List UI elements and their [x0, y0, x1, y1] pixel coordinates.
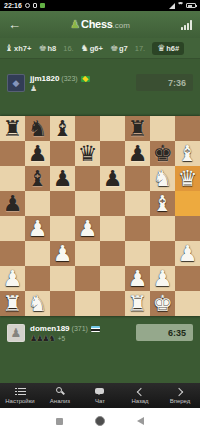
square-g1[interactable]: ♚ [150, 291, 175, 316]
square-g2[interactable]: ♟ [150, 266, 175, 291]
square-e2[interactable] [100, 266, 125, 291]
square-g5[interactable]: ♝ [150, 191, 175, 216]
black-bishop-b6: ♝ [28, 166, 48, 191]
black-pawn-f7: ♟ [128, 141, 148, 166]
captured-black-knight-icon: ♞ [49, 335, 55, 343]
move-list-bar: ♝xh7+♚h816.♞g6+♚g717.♛h6# [0, 38, 200, 59]
square-d2[interactable] [75, 266, 100, 291]
toolbar-item-chat[interactable]: Чат [80, 383, 120, 408]
alarm-icon [25, 3, 30, 8]
player-flag-icon [91, 326, 100, 332]
opponent-area: ◆ jjm1820 (323) ♟ 7:36 [0, 59, 200, 116]
toolbar-label: Назад [131, 398, 148, 404]
square-a4[interactable] [0, 216, 25, 241]
square-e8[interactable] [100, 116, 125, 141]
square-b2[interactable] [25, 266, 50, 291]
move-text: g7 [119, 44, 128, 53]
white-pawn-b4: ♟ [28, 216, 48, 241]
pawn-logo-icon: ♟ [70, 18, 80, 31]
logo-text-com: .com [113, 21, 130, 30]
move-h6[interactable]: ♛h6# [152, 42, 184, 55]
square-a5[interactable]: ♟ [0, 191, 25, 216]
battery-icon [186, 3, 196, 8]
white-pawn-f2: ♟ [128, 266, 148, 291]
opponent-rating: (323) [61, 75, 77, 82]
square-b1[interactable]: ♞ [25, 291, 50, 316]
square-g3[interactable] [150, 241, 175, 266]
white-knight-g6: ♞ [153, 166, 173, 191]
toolbar-item-settings[interactable]: Настройки [0, 383, 40, 408]
signal-icon [169, 3, 175, 9]
square-g4[interactable] [150, 216, 175, 241]
stats-bars-icon[interactable] [181, 20, 192, 30]
android-nav-bar [0, 408, 200, 434]
square-a6[interactable] [0, 166, 25, 191]
square-b3[interactable] [25, 241, 50, 266]
toolbar-label: Анализ [50, 398, 70, 404]
move-xh7[interactable]: ♝xh7+ [5, 44, 31, 53]
square-a2[interactable]: ♟ [0, 266, 25, 291]
square-e6[interactable]: ♟ [100, 166, 125, 191]
toolbar-label: Чат [95, 398, 105, 404]
notification-app-icon [40, 3, 45, 8]
white-rook-f1: ♜ [128, 291, 148, 316]
square-a7[interactable] [0, 141, 25, 166]
white-pawn-a2: ♟ [3, 266, 23, 291]
white-queen-icon: ♛ [157, 44, 165, 53]
square-d1[interactable] [75, 291, 100, 316]
square-b5[interactable] [25, 191, 50, 216]
square-f7[interactable]: ♟ [125, 141, 150, 166]
black-pawn-b7: ♟ [28, 141, 48, 166]
opponent-captured-pieces: ♟ [30, 85, 90, 93]
square-h2[interactable] [175, 266, 200, 291]
white-queen-h6: ♛ [178, 166, 198, 191]
square-b7[interactable]: ♟ [25, 141, 50, 166]
square-g7[interactable]: ♚ [150, 141, 175, 166]
white-bishop-icon: ♝ [5, 44, 13, 53]
black-pawn-c6: ♟ [53, 166, 73, 191]
square-b4[interactable]: ♟ [25, 216, 50, 241]
square-e1[interactable] [100, 291, 125, 316]
black-rook-a8: ♜ [3, 116, 23, 141]
chess-app-screen: 22:16 ← ♟ Chess .com ♝xh7+♚h816.♞g6+♚g71… [0, 0, 200, 434]
square-g8[interactable] [150, 116, 175, 141]
square-f4[interactable] [125, 216, 150, 241]
vibrate-icon [33, 3, 37, 8]
white-knight-icon: ♞ [81, 44, 89, 53]
clock-time: 22:16 [4, 2, 22, 9]
move-number: 16. [63, 44, 73, 53]
white-knight-b1: ♞ [28, 291, 48, 316]
square-b8[interactable]: ♞ [25, 116, 50, 141]
square-c7[interactable] [50, 141, 75, 166]
white-rook-a1: ♜ [3, 291, 23, 316]
square-a3[interactable] [0, 241, 25, 266]
player-username: domen189 [30, 324, 70, 333]
move-text: g6+ [90, 44, 103, 53]
status-bar: 22:16 [0, 0, 200, 11]
white-bishop-g5: ♝ [153, 191, 173, 216]
square-c3[interactable]: ♟ [50, 241, 75, 266]
square-c4[interactable] [50, 216, 75, 241]
square-a8[interactable]: ♜ [0, 116, 25, 141]
square-d3[interactable] [75, 241, 100, 266]
wifi-icon [177, 2, 184, 9]
square-h4[interactable] [175, 216, 200, 241]
opponent-avatar[interactable]: ◆ [7, 74, 25, 92]
square-e4[interactable] [100, 216, 125, 241]
opponent-flag-icon [81, 76, 90, 82]
white-bishop-h7: ♝ [178, 141, 198, 166]
move-g7[interactable]: ♚g7 [110, 44, 128, 53]
opponent-username: jjm1820 [30, 74, 59, 83]
white-pawn-h3: ♟ [178, 241, 198, 266]
move-text: h6# [166, 44, 179, 53]
square-f3[interactable] [125, 241, 150, 266]
material-advantage: +5 [58, 336, 65, 343]
square-c6[interactable]: ♟ [50, 166, 75, 191]
square-d5[interactable] [75, 191, 100, 216]
analysis-icon [54, 387, 66, 396]
black-pawn-e6: ♟ [103, 166, 123, 191]
square-f1[interactable]: ♜ [125, 291, 150, 316]
square-e3[interactable] [100, 241, 125, 266]
black-queen-d7: ♛ [78, 141, 98, 166]
square-f2[interactable]: ♟ [125, 266, 150, 291]
toolbar-item-analysis[interactable]: Анализ [40, 383, 80, 408]
toolbar-label: Вперед [170, 398, 191, 404]
square-h3[interactable]: ♟ [175, 241, 200, 266]
square-e5[interactable] [100, 191, 125, 216]
square-b6[interactable]: ♝ [25, 166, 50, 191]
black-king-icon: ♚ [110, 44, 118, 53]
black-rook-f8: ♜ [128, 116, 148, 141]
square-c1[interactable] [50, 291, 75, 316]
move-text: xh7+ [14, 44, 31, 53]
player-clock: 6:35 [136, 324, 193, 341]
black-pawn-a5: ♟ [3, 191, 23, 216]
player-area: ♟ domen189 (371) ♟♟♟♞+5 6:35 [0, 316, 200, 384]
player-rating: (371) [72, 325, 88, 332]
opponent-clock: 7:36 [136, 74, 193, 91]
toolbar-item-forward[interactable]: Вперед [160, 383, 200, 408]
white-pawn-c3: ♟ [53, 241, 73, 266]
white-pawn-g2: ♟ [153, 266, 173, 291]
home-button[interactable] [95, 416, 105, 426]
white-pawn-d4: ♟ [78, 216, 98, 241]
square-d4[interactable]: ♟ [75, 216, 100, 241]
chat-icon [94, 387, 106, 396]
toolbar-label: Настройки [5, 398, 34, 404]
game-toolbar: НастройкиАнализЧатНазадВперед [0, 383, 200, 408]
chesscom-logo: ♟ Chess .com [70, 18, 130, 31]
white-king-g1: ♚ [153, 291, 173, 316]
app-header: ← ♟ Chess .com [0, 11, 200, 38]
logo-text-chess: Chess [81, 18, 113, 30]
android-back-button[interactable] [137, 417, 144, 425]
square-d7[interactable]: ♛ [75, 141, 100, 166]
status-right-icons [169, 2, 196, 9]
square-h5[interactable] [175, 191, 200, 216]
black-king-icon: ♚ [38, 44, 46, 53]
move-number: 17. [135, 44, 145, 53]
square-f6[interactable] [125, 166, 150, 191]
player-avatar[interactable]: ♟ [7, 324, 25, 342]
captured-white-pawn-icon: ♟ [30, 85, 36, 93]
square-f8[interactable]: ♜ [125, 116, 150, 141]
back-arrow-icon[interactable]: ← [8, 18, 21, 31]
square-e7[interactable] [100, 141, 125, 166]
square-f5[interactable] [125, 191, 150, 216]
settings-icon [14, 387, 26, 396]
square-h6[interactable]: ♛ [175, 166, 200, 191]
square-d8[interactable] [75, 116, 100, 141]
square-d6[interactable] [75, 166, 100, 191]
square-a1[interactable]: ♜ [0, 291, 25, 316]
square-g6[interactable]: ♞ [150, 166, 175, 191]
move-text: h8 [47, 44, 56, 53]
square-c2[interactable] [50, 266, 75, 291]
square-c5[interactable] [50, 191, 75, 216]
black-king-g7: ♚ [153, 141, 173, 166]
black-knight-b8: ♞ [28, 116, 48, 141]
square-h7[interactable]: ♝ [175, 141, 200, 166]
chess-board: ♜♞♝♜♟♛♟♚♝♝♟♟♞♛♟♝♟♟♟♟♟♟♟♜♞♜♚ [0, 116, 200, 316]
black-bishop-c8: ♝ [53, 116, 73, 141]
forward-icon [174, 387, 186, 396]
square-h8[interactable] [175, 116, 200, 141]
back-icon [134, 387, 146, 396]
square-c8[interactable]: ♝ [50, 116, 75, 141]
move-h8[interactable]: ♚h8 [38, 44, 56, 53]
recents-button[interactable] [56, 418, 63, 425]
square-h1[interactable] [175, 291, 200, 316]
toolbar-item-back[interactable]: Назад [120, 383, 160, 408]
move-g6[interactable]: ♞g6+ [81, 44, 103, 53]
player-captured-pieces: ♟♟♟♞+5 [30, 335, 100, 343]
